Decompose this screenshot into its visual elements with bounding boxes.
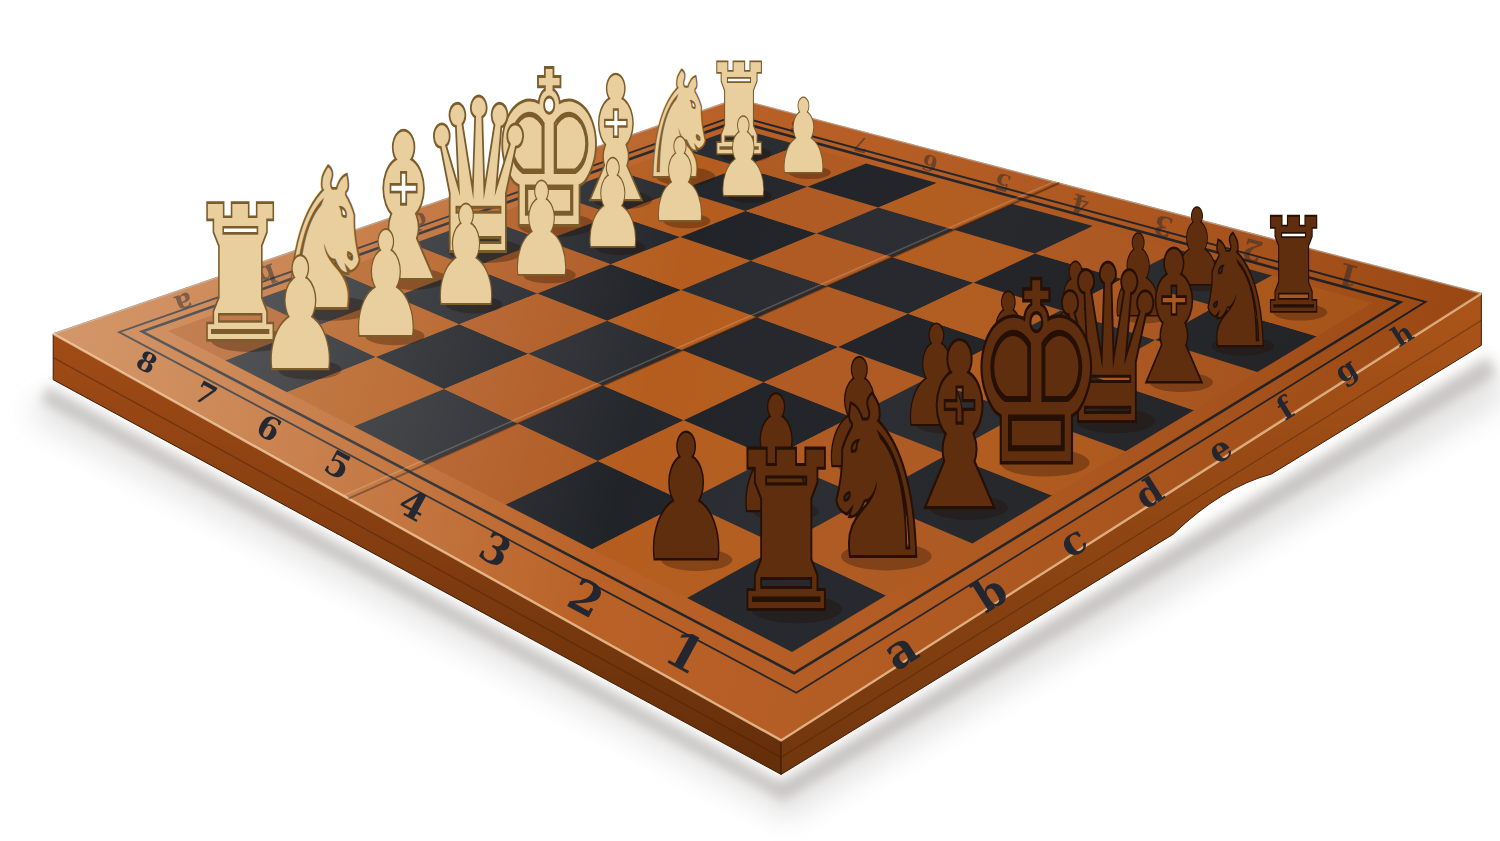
chess-set-photo: 1122334455667788aabbccddeeffgghh♜♟♞♟♝♟♚♟… <box>0 0 1500 841</box>
piece-light-pawn-b7: ♟ <box>346 201 426 368</box>
piece-dark-pawn-a2: ♟ <box>639 400 734 600</box>
piece-light-pawn-a7: ♟ <box>258 226 343 404</box>
chessboard-scene: 1122334455667788aabbccddeeffgghh♜♟♞♟♝♟♚♟… <box>0 0 1500 841</box>
piece-light-pawn-d7: ♟ <box>506 156 577 304</box>
piece-light-pawn-f7: ♟ <box>648 115 711 246</box>
piece-light-pawn-c7: ♟ <box>429 178 504 334</box>
piece-dark-rook-a1: ♜ <box>726 407 847 659</box>
piece-light-pawn-g7: ♟ <box>714 95 774 220</box>
piece-light-pawn-h7: ♟ <box>775 78 831 196</box>
piece-light-pawn-e7: ♟ <box>579 134 646 275</box>
